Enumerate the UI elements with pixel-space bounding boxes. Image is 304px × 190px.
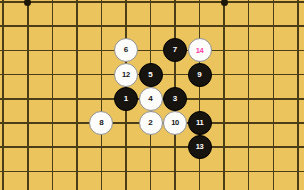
grid-line-vertical — [223, 0, 225, 190]
star-point — [221, 0, 228, 6]
grid-line-vertical — [2, 0, 4, 190]
gomoku-board[interactable]: 1234567891011121314 — [0, 0, 304, 190]
stone-black-13: 13 — [188, 135, 212, 159]
grid-line-vertical — [248, 0, 250, 190]
stone-black-7: 7 — [163, 38, 187, 62]
grid-line-vertical — [199, 0, 201, 190]
stone-black-3: 3 — [163, 87, 187, 111]
stone-black-11: 11 — [188, 111, 212, 135]
grid-line-horizontal — [0, 50, 304, 52]
stone-white-10: 10 — [163, 111, 187, 135]
grid-line-vertical — [27, 0, 29, 190]
grid-line-horizontal — [0, 1, 304, 3]
stone-white-8: 8 — [89, 111, 113, 135]
stone-white-14: 14 — [188, 38, 212, 62]
grid-line-vertical — [273, 0, 275, 190]
grid-line-vertical — [76, 0, 78, 190]
grid-line-vertical — [297, 0, 299, 190]
stone-black-5: 5 — [139, 63, 163, 87]
grid-line-horizontal — [0, 171, 304, 173]
stone-white-4: 4 — [139, 87, 163, 111]
stone-white-6: 6 — [114, 38, 138, 62]
stone-white-12: 12 — [114, 63, 138, 87]
grid-line-vertical — [101, 0, 103, 190]
stone-white-2: 2 — [139, 111, 163, 135]
stone-black-9: 9 — [188, 63, 212, 87]
grid-line-vertical — [52, 0, 54, 190]
star-point — [24, 0, 31, 6]
video-frame: 1234567891011121314 — [0, 0, 304, 190]
grid-line-horizontal — [0, 146, 304, 148]
grid-line-horizontal — [0, 25, 304, 27]
stone-black-1: 1 — [114, 87, 138, 111]
